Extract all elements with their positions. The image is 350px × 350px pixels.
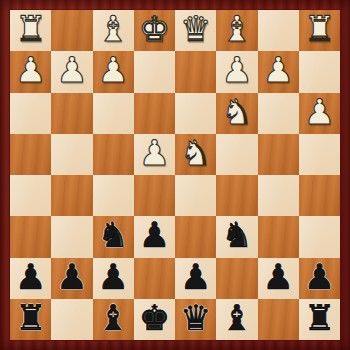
square-f2[interactable]: ♟ — [93, 51, 134, 92]
square-h2[interactable]: ♟ — [10, 51, 51, 92]
square-f5[interactable] — [93, 175, 134, 216]
square-g5[interactable] — [51, 175, 92, 216]
piece-white-pawn-g2[interactable]: ♟ — [56, 53, 87, 88]
square-a7[interactable]: ♟ — [299, 258, 340, 299]
piece-black-pawn-b7[interactable]: ♟ — [262, 260, 293, 295]
square-b7[interactable]: ♟ — [258, 258, 299, 299]
piece-black-pawn-d7[interactable]: ♟ — [180, 260, 211, 295]
square-d6[interactable] — [175, 216, 216, 257]
piece-black-rook-h8[interactable]: ♜ — [15, 301, 46, 336]
piece-white-bishop-f1[interactable]: ♝ — [97, 12, 128, 47]
chess-board: ♜♝♚♛♝♜♟♟♟♟♟♞♟♟♞♞♟♞♟♟♟♟♟♟♜♝♚♛♝♜ — [10, 10, 340, 340]
square-f3[interactable] — [93, 93, 134, 134]
square-d3[interactable] — [175, 93, 216, 134]
square-g7[interactable]: ♟ — [51, 258, 92, 299]
square-h6[interactable] — [10, 216, 51, 257]
square-e3[interactable] — [134, 93, 175, 134]
square-e4[interactable]: ♟ — [134, 134, 175, 175]
square-e8[interactable]: ♚ — [134, 299, 175, 340]
piece-black-knight-c6[interactable]: ♞ — [221, 218, 252, 253]
piece-white-pawn-b2[interactable]: ♟ — [262, 53, 293, 88]
square-b8[interactable] — [258, 299, 299, 340]
square-c6[interactable]: ♞ — [216, 216, 257, 257]
square-e2[interactable] — [134, 51, 175, 92]
square-d4[interactable]: ♞ — [175, 134, 216, 175]
square-e5[interactable] — [134, 175, 175, 216]
square-h8[interactable]: ♜ — [10, 299, 51, 340]
piece-white-knight-c3[interactable]: ♞ — [221, 95, 252, 130]
piece-white-king-e1[interactable]: ♚ — [139, 12, 170, 47]
square-d7[interactable]: ♟ — [175, 258, 216, 299]
piece-white-bishop-c1[interactable]: ♝ — [221, 12, 252, 47]
square-a1[interactable]: ♜ — [299, 10, 340, 51]
square-e7[interactable] — [134, 258, 175, 299]
piece-black-knight-f6[interactable]: ♞ — [97, 218, 128, 253]
square-c2[interactable]: ♟ — [216, 51, 257, 92]
piece-white-pawn-c2[interactable]: ♟ — [221, 53, 252, 88]
square-b4[interactable] — [258, 134, 299, 175]
square-d5[interactable] — [175, 175, 216, 216]
square-g8[interactable] — [51, 299, 92, 340]
square-g2[interactable]: ♟ — [51, 51, 92, 92]
square-a3[interactable]: ♟ — [299, 93, 340, 134]
square-b6[interactable] — [258, 216, 299, 257]
piece-white-rook-a1[interactable]: ♜ — [304, 12, 335, 47]
square-f6[interactable]: ♞ — [93, 216, 134, 257]
piece-black-pawn-f7[interactable]: ♟ — [97, 260, 128, 295]
square-g1[interactable] — [51, 10, 92, 51]
piece-black-rook-a8[interactable]: ♜ — [304, 301, 335, 336]
square-h4[interactable] — [10, 134, 51, 175]
square-h7[interactable]: ♟ — [10, 258, 51, 299]
square-g4[interactable] — [51, 134, 92, 175]
piece-black-queen-d8[interactable]: ♛ — [180, 301, 211, 336]
piece-white-pawn-f2[interactable]: ♟ — [97, 53, 128, 88]
square-a4[interactable] — [299, 134, 340, 175]
square-c8[interactable]: ♝ — [216, 299, 257, 340]
square-b5[interactable] — [258, 175, 299, 216]
square-f4[interactable] — [93, 134, 134, 175]
piece-black-pawn-a7[interactable]: ♟ — [304, 260, 335, 295]
square-a5[interactable] — [299, 175, 340, 216]
piece-white-pawn-h2[interactable]: ♟ — [15, 53, 46, 88]
piece-black-bishop-c8[interactable]: ♝ — [221, 301, 252, 336]
piece-white-rook-h1[interactable]: ♜ — [15, 12, 46, 47]
square-d8[interactable]: ♛ — [175, 299, 216, 340]
square-f1[interactable]: ♝ — [93, 10, 134, 51]
square-d2[interactable] — [175, 51, 216, 92]
square-e1[interactable]: ♚ — [134, 10, 175, 51]
piece-white-pawn-e4[interactable]: ♟ — [139, 136, 170, 171]
piece-black-pawn-h7[interactable]: ♟ — [15, 260, 46, 295]
piece-white-queen-d1[interactable]: ♛ — [180, 12, 211, 47]
square-a2[interactable] — [299, 51, 340, 92]
piece-white-pawn-a3[interactable]: ♟ — [304, 95, 335, 130]
square-d1[interactable]: ♛ — [175, 10, 216, 51]
square-c7[interactable] — [216, 258, 257, 299]
piece-black-pawn-e6[interactable]: ♟ — [139, 218, 170, 253]
board-frame: ♜♝♚♛♝♜♟♟♟♟♟♞♟♟♞♞♟♞♟♟♟♟♟♟♜♝♚♛♝♜ — [0, 0, 350, 350]
piece-black-bishop-f8[interactable]: ♝ — [97, 301, 128, 336]
square-h5[interactable] — [10, 175, 51, 216]
square-c1[interactable]: ♝ — [216, 10, 257, 51]
square-b3[interactable] — [258, 93, 299, 134]
square-g3[interactable] — [51, 93, 92, 134]
square-c5[interactable] — [216, 175, 257, 216]
square-h1[interactable]: ♜ — [10, 10, 51, 51]
square-b2[interactable]: ♟ — [258, 51, 299, 92]
square-c4[interactable] — [216, 134, 257, 175]
square-g6[interactable] — [51, 216, 92, 257]
piece-black-pawn-g7[interactable]: ♟ — [56, 260, 87, 295]
square-f8[interactable]: ♝ — [93, 299, 134, 340]
square-e6[interactable]: ♟ — [134, 216, 175, 257]
square-a6[interactable] — [299, 216, 340, 257]
square-b1[interactable] — [258, 10, 299, 51]
piece-black-king-e8[interactable]: ♚ — [139, 301, 170, 336]
square-h3[interactable] — [10, 93, 51, 134]
piece-white-knight-d4[interactable]: ♞ — [180, 136, 211, 171]
square-a8[interactable]: ♜ — [299, 299, 340, 340]
square-c3[interactable]: ♞ — [216, 93, 257, 134]
square-f7[interactable]: ♟ — [93, 258, 134, 299]
